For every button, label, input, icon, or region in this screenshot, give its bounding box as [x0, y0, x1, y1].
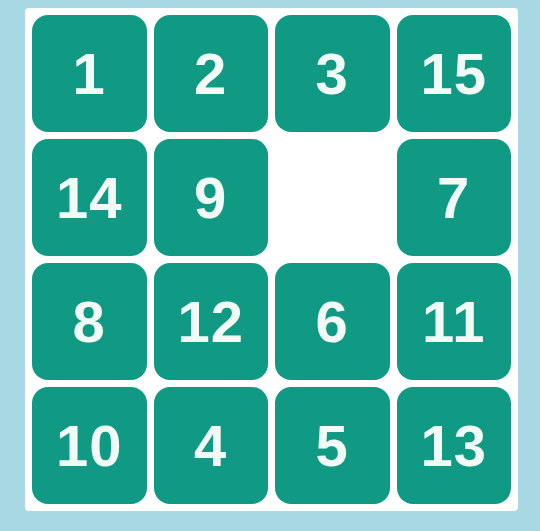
puzzle-board: 1 2 3 15 14 9 7 8 12 6 11 10 4 5 13 [25, 8, 518, 511]
empty-cell [275, 139, 390, 256]
tile-11[interactable]: 11 [397, 263, 512, 380]
tile-6[interactable]: 6 [275, 263, 390, 380]
tile-3[interactable]: 3 [275, 15, 390, 132]
tile-5[interactable]: 5 [275, 387, 390, 504]
tile-8[interactable]: 8 [32, 263, 147, 380]
tile-12[interactable]: 12 [154, 263, 269, 380]
tile-14[interactable]: 14 [32, 139, 147, 256]
tile-10[interactable]: 10 [32, 387, 147, 504]
tile-13[interactable]: 13 [397, 387, 512, 504]
tile-2[interactable]: 2 [154, 15, 269, 132]
tile-9[interactable]: 9 [154, 139, 269, 256]
tile-7[interactable]: 7 [397, 139, 512, 256]
tile-15[interactable]: 15 [397, 15, 512, 132]
tile-4[interactable]: 4 [154, 387, 269, 504]
tile-1[interactable]: 1 [32, 15, 147, 132]
